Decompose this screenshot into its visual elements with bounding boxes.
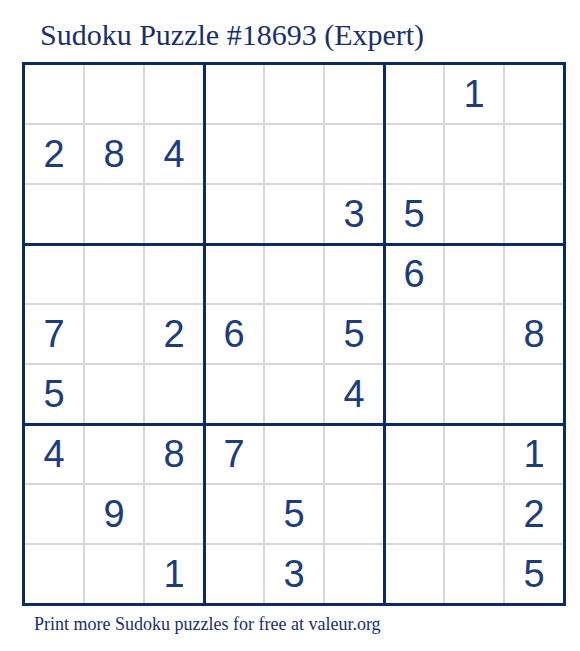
cell-r2c6[interactable] (325, 125, 383, 183)
cell-r9c8[interactable] (445, 545, 503, 603)
cell-r1c6[interactable] (325, 65, 383, 123)
cell-r5c1[interactable]: 7 (25, 305, 83, 363)
cell-r5c9[interactable]: 8 (505, 305, 563, 363)
cell-r2c5[interactable] (265, 125, 323, 183)
cell-r4c7[interactable]: 6 (385, 245, 443, 303)
cell-r4c2[interactable] (85, 245, 143, 303)
cell-r2c7[interactable] (385, 125, 443, 183)
cell-r9c6[interactable] (325, 545, 383, 603)
cell-r7c8[interactable] (445, 425, 503, 483)
cell-r8c5[interactable]: 5 (265, 485, 323, 543)
cell-r4c5[interactable] (265, 245, 323, 303)
cell-r2c3[interactable]: 4 (145, 125, 203, 183)
cell-r5c5[interactable] (265, 305, 323, 363)
cell-r2c9[interactable] (505, 125, 563, 183)
sudoku-page: Sudoku Puzzle #18693 (Expert) 1284356726… (0, 0, 580, 651)
cell-r2c4[interactable] (205, 125, 263, 183)
cell-r8c2[interactable]: 9 (85, 485, 143, 543)
cell-r1c8[interactable]: 1 (445, 65, 503, 123)
cell-r8c6[interactable] (325, 485, 383, 543)
cell-r1c7[interactable] (385, 65, 443, 123)
cell-r8c3[interactable] (145, 485, 203, 543)
cell-r9c4[interactable] (205, 545, 263, 603)
cell-r5c8[interactable] (445, 305, 503, 363)
cell-r1c1[interactable] (25, 65, 83, 123)
cell-r3c7[interactable]: 5 (385, 185, 443, 243)
cell-r6c5[interactable] (265, 365, 323, 423)
cell-r7c3[interactable]: 8 (145, 425, 203, 483)
cell-r7c9[interactable]: 1 (505, 425, 563, 483)
cell-r5c7[interactable] (385, 305, 443, 363)
cell-r7c5[interactable] (265, 425, 323, 483)
cell-r6c9[interactable] (505, 365, 563, 423)
cell-r2c8[interactable] (445, 125, 503, 183)
cell-r5c6[interactable]: 5 (325, 305, 383, 363)
cell-r3c9[interactable] (505, 185, 563, 243)
cell-r9c3[interactable]: 1 (145, 545, 203, 603)
cell-r7c6[interactable] (325, 425, 383, 483)
footer-credit: Print more Sudoku puzzles for free at va… (34, 614, 381, 635)
page-title: Sudoku Puzzle #18693 (Expert) (40, 18, 424, 52)
cell-r3c1[interactable] (25, 185, 83, 243)
cell-r6c3[interactable] (145, 365, 203, 423)
cell-r3c3[interactable] (145, 185, 203, 243)
cell-r1c9[interactable] (505, 65, 563, 123)
cell-r7c1[interactable]: 4 (25, 425, 83, 483)
cell-r6c4[interactable] (205, 365, 263, 423)
cell-r3c6[interactable]: 3 (325, 185, 383, 243)
cell-r9c9[interactable]: 5 (505, 545, 563, 603)
cell-r6c7[interactable] (385, 365, 443, 423)
cell-r8c1[interactable] (25, 485, 83, 543)
cell-r3c2[interactable] (85, 185, 143, 243)
cell-r6c1[interactable]: 5 (25, 365, 83, 423)
cell-r4c9[interactable] (505, 245, 563, 303)
cell-r1c3[interactable] (145, 65, 203, 123)
cell-r7c2[interactable] (85, 425, 143, 483)
cell-r7c7[interactable] (385, 425, 443, 483)
cell-r1c2[interactable] (85, 65, 143, 123)
cell-r4c1[interactable] (25, 245, 83, 303)
cell-r3c4[interactable] (205, 185, 263, 243)
cell-r6c2[interactable] (85, 365, 143, 423)
cell-r4c8[interactable] (445, 245, 503, 303)
cell-r7c4[interactable]: 7 (205, 425, 263, 483)
cell-r1c4[interactable] (205, 65, 263, 123)
cell-r5c3[interactable]: 2 (145, 305, 203, 363)
cell-r9c1[interactable] (25, 545, 83, 603)
cell-r6c8[interactable] (445, 365, 503, 423)
cell-r1c5[interactable] (265, 65, 323, 123)
sudoku-board: 128435672658544871952135 (22, 62, 566, 606)
cell-r8c9[interactable]: 2 (505, 485, 563, 543)
cell-r9c5[interactable]: 3 (265, 545, 323, 603)
cell-r8c7[interactable] (385, 485, 443, 543)
cell-r5c4[interactable]: 6 (205, 305, 263, 363)
cell-r8c8[interactable] (445, 485, 503, 543)
cell-r2c2[interactable]: 8 (85, 125, 143, 183)
cell-r4c4[interactable] (205, 245, 263, 303)
cell-r9c2[interactable] (85, 545, 143, 603)
cell-r4c3[interactable] (145, 245, 203, 303)
cell-r2c1[interactable]: 2 (25, 125, 83, 183)
cell-r4c6[interactable] (325, 245, 383, 303)
cell-r9c7[interactable] (385, 545, 443, 603)
cell-r3c5[interactable] (265, 185, 323, 243)
cell-r5c2[interactable] (85, 305, 143, 363)
cell-r8c4[interactable] (205, 485, 263, 543)
cell-r3c8[interactable] (445, 185, 503, 243)
cell-r6c6[interactable]: 4 (325, 365, 383, 423)
